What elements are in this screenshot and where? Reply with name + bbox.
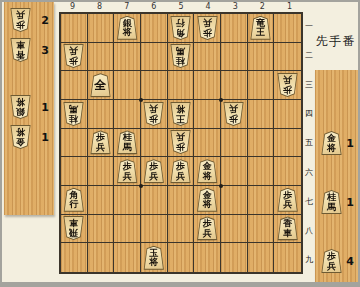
piece-face: 歩兵 — [118, 160, 137, 182]
file-label-3: 3 — [222, 2, 249, 11]
square-2-6[interactable] — [248, 157, 275, 186]
piece-face: 金将 — [198, 160, 217, 182]
square-9-2[interactable]: 歩兵 — [61, 43, 88, 72]
square-5-4[interactable]: 王将 — [168, 100, 195, 129]
sente-dragon-king[interactable]: 竜王 — [250, 16, 271, 40]
square-3-6[interactable] — [221, 157, 248, 186]
gote-pawn[interactable]: 歩兵 — [10, 8, 31, 32]
sente-gold-general[interactable]: 金将 — [197, 159, 218, 183]
square-2-3[interactable] — [248, 71, 275, 100]
sente-hand-knight[interactable]: 桂馬1 — [315, 187, 359, 217]
square-5-3[interactable] — [168, 71, 195, 100]
sente-pawn[interactable]: 歩兵 — [197, 216, 218, 240]
square-8-8[interactable] — [88, 215, 115, 244]
piece-face: 桂馬 — [64, 103, 83, 125]
square-6-4[interactable]: 歩兵 — [141, 100, 168, 129]
gote-pawn[interactable]: 歩兵 — [63, 44, 84, 68]
hand-count: 1 — [41, 131, 49, 144]
piece-face: 歩兵 — [144, 103, 163, 125]
sente-hand-gold-general[interactable]: 金将1 — [315, 128, 359, 158]
piece-face: 桂馬 — [171, 45, 190, 67]
sente-gold-general[interactable]: 金将 — [197, 188, 218, 212]
square-5-7[interactable] — [168, 186, 195, 215]
square-4-7[interactable]: 金将 — [194, 186, 221, 215]
piece-face: 桂馬 — [118, 131, 137, 153]
rank-labels: 一二三四五六七八九 — [303, 12, 315, 274]
piece-face: 歩兵 — [322, 250, 341, 272]
hand-count: 3 — [41, 44, 49, 57]
square-6-1[interactable] — [141, 14, 168, 43]
square-3-2[interactable] — [221, 43, 248, 72]
hand-count: 1 — [346, 196, 354, 209]
piece-face: 銀将 — [11, 96, 30, 118]
square-6-2[interactable] — [141, 43, 168, 72]
square-8-6[interactable] — [88, 157, 115, 186]
square-5-6[interactable]: 歩兵 — [168, 157, 195, 186]
square-7-1[interactable]: 銀将 — [114, 14, 141, 43]
square-4-6[interactable]: 金将 — [194, 157, 221, 186]
file-label-5: 5 — [167, 2, 194, 11]
hoshi-dot-2 — [219, 98, 223, 102]
square-5-2[interactable]: 桂馬 — [168, 43, 195, 72]
square-1-5[interactable] — [274, 129, 301, 158]
file-label-6: 6 — [140, 2, 167, 11]
gote-pawn[interactable]: 歩兵 — [143, 102, 164, 126]
file-label-7: 7 — [113, 2, 140, 11]
gote-king[interactable]: 王将 — [170, 102, 191, 126]
square-7-6[interactable]: 歩兵 — [114, 157, 141, 186]
file-label-1: 1 — [276, 2, 303, 11]
shogi-board: 銀将角行歩兵竜王歩兵桂馬全歩兵桂馬歩兵王将歩兵歩兵桂馬歩兵歩兵歩兵歩兵金将角行金… — [59, 12, 303, 274]
piece-face: 角行 — [64, 189, 83, 211]
square-9-1[interactable] — [61, 14, 88, 43]
sente-pawn[interactable]: 歩兵 — [277, 188, 298, 212]
gote-silver-general[interactable]: 銀将 — [10, 95, 31, 119]
rank-label-4: 四 — [303, 99, 315, 128]
sente-pawn[interactable]: 歩兵 — [321, 249, 342, 273]
square-2-2[interactable] — [248, 43, 275, 72]
sente-bishop[interactable]: 角行 — [63, 188, 84, 212]
square-8-4[interactable] — [88, 100, 115, 129]
square-2-1[interactable]: 竜王 — [248, 14, 275, 43]
sente-promoted-silver[interactable]: 全 — [90, 73, 111, 97]
gote-hand-lance[interactable]: 香車3 — [4, 35, 54, 65]
square-7-8[interactable] — [114, 215, 141, 244]
square-4-1[interactable]: 歩兵 — [194, 14, 221, 43]
square-1-3[interactable]: 歩兵 — [274, 71, 301, 100]
square-9-7[interactable]: 角行 — [61, 186, 88, 215]
file-labels: 987654321 — [59, 2, 303, 11]
sente-silver-general[interactable]: 銀将 — [117, 16, 138, 40]
square-1-8[interactable]: 香車 — [274, 215, 301, 244]
square-9-4[interactable]: 桂馬 — [61, 100, 88, 129]
piece-face: 歩兵 — [278, 74, 297, 96]
sente-lance[interactable]: 香車 — [277, 216, 298, 240]
gote-pawn[interactable]: 歩兵 — [197, 16, 218, 40]
piece-face: 歩兵 — [278, 189, 297, 211]
square-3-5[interactable] — [221, 129, 248, 158]
rank-label-5: 五 — [303, 128, 315, 157]
sente-king[interactable]: 玉将 — [143, 246, 164, 270]
gote-hand-gold-general[interactable]: 金将1 — [4, 122, 54, 152]
turn-indicator: 先手番 — [311, 33, 360, 50]
gote-gold-general[interactable]: 金将 — [10, 125, 31, 149]
hoshi-dot-3 — [139, 184, 143, 188]
square-5-8[interactable] — [168, 215, 195, 244]
square-9-3[interactable] — [61, 71, 88, 100]
piece-face: 銀将 — [118, 17, 137, 39]
piece-face: 王将 — [171, 103, 190, 125]
piece-face: 香車 — [11, 39, 30, 61]
square-3-4[interactable]: 歩兵 — [221, 100, 248, 129]
square-3-7[interactable] — [221, 186, 248, 215]
piece-face: 全 — [91, 74, 110, 96]
gote-knight[interactable]: 桂馬 — [170, 44, 191, 68]
piece-face: 金将 — [322, 132, 341, 154]
piece-face: 歩兵 — [171, 160, 190, 182]
square-7-9[interactable] — [114, 243, 141, 272]
gote-knight[interactable]: 桂馬 — [63, 102, 84, 126]
hand-count: 1 — [41, 101, 49, 114]
square-4-3[interactable] — [194, 71, 221, 100]
piece-face: 桂馬 — [322, 191, 341, 213]
square-5-9[interactable] — [168, 243, 195, 272]
square-7-3[interactable] — [114, 71, 141, 100]
square-8-2[interactable] — [88, 43, 115, 72]
gote-lance[interactable]: 香車 — [10, 38, 31, 62]
square-6-6[interactable]: 歩兵 — [141, 157, 168, 186]
gote-hand-silver-general[interactable]: 銀将1 — [4, 92, 54, 122]
square-1-6[interactable] — [274, 157, 301, 186]
square-3-9[interactable] — [221, 243, 248, 272]
square-4-4[interactable] — [194, 100, 221, 129]
file-label-8: 8 — [86, 2, 113, 11]
square-8-7[interactable] — [88, 186, 115, 215]
square-4-8[interactable]: 歩兵 — [194, 215, 221, 244]
square-2-8[interactable] — [248, 215, 275, 244]
square-3-1[interactable] — [221, 14, 248, 43]
square-6-3[interactable] — [141, 71, 168, 100]
square-8-3[interactable]: 全 — [88, 71, 115, 100]
square-2-4[interactable] — [248, 100, 275, 129]
hand-count: 4 — [346, 255, 354, 268]
square-9-6[interactable] — [61, 157, 88, 186]
square-1-7[interactable]: 歩兵 — [274, 186, 301, 215]
piece-face: 歩兵 — [144, 160, 163, 182]
square-2-9[interactable] — [248, 243, 275, 272]
gote-pawn[interactable]: 歩兵 — [223, 102, 244, 126]
sente-captured-tray: 金将1桂馬1歩兵4 — [315, 70, 359, 283]
hand-count: 2 — [41, 14, 49, 27]
hand-count: 1 — [346, 137, 354, 150]
gote-rook[interactable]: 飛車 — [63, 216, 84, 240]
rank-label-6: 六 — [303, 158, 315, 187]
square-4-5[interactable] — [194, 129, 221, 158]
gote-pawn[interactable]: 歩兵 — [170, 130, 191, 154]
piece-face: 歩兵 — [64, 45, 83, 67]
rank-label-3: 三 — [303, 70, 315, 99]
sente-hand-pawn[interactable]: 歩兵4 — [315, 246, 359, 276]
square-5-5[interactable]: 歩兵 — [168, 129, 195, 158]
piece-face: 玉将 — [144, 247, 163, 269]
gote-captured-tray: 歩兵2香車3銀将1金将1 — [4, 2, 54, 215]
square-6-9[interactable]: 玉将 — [141, 243, 168, 272]
sente-knight[interactable]: 桂馬 — [321, 190, 342, 214]
sente-pawn[interactable]: 歩兵 — [170, 159, 191, 183]
square-1-2[interactable] — [274, 43, 301, 72]
piece-face: 歩兵 — [224, 103, 243, 125]
sente-gold-general[interactable]: 金将 — [321, 131, 342, 155]
square-4-9[interactable] — [194, 243, 221, 272]
square-7-4[interactable] — [114, 100, 141, 129]
hoshi-dot-1 — [139, 98, 143, 102]
square-9-9[interactable] — [61, 243, 88, 272]
piece-face: 歩兵 — [11, 9, 30, 31]
square-6-7[interactable] — [141, 186, 168, 215]
gote-hand-pawn[interactable]: 歩兵2 — [4, 5, 54, 35]
square-9-8[interactable]: 飛車 — [61, 215, 88, 244]
rank-label-8: 八 — [303, 216, 315, 245]
square-6-8[interactable] — [141, 215, 168, 244]
piece-face: 角行 — [171, 17, 190, 39]
piece-face: 歩兵 — [198, 217, 217, 239]
piece-face: 歩兵 — [91, 131, 110, 153]
sente-knight[interactable]: 桂馬 — [117, 130, 138, 154]
square-6-5[interactable] — [141, 129, 168, 158]
square-3-8[interactable] — [221, 215, 248, 244]
gote-pawn[interactable]: 歩兵 — [277, 73, 298, 97]
shogi-app-window: 歩兵2香車3銀将1金将1 987654321 一二三四五六七八九 銀将角行歩兵竜… — [0, 0, 360, 287]
file-label-9: 9 — [59, 2, 86, 11]
square-8-9[interactable] — [88, 243, 115, 272]
piece-face: 金将 — [198, 189, 217, 211]
square-2-7[interactable] — [248, 186, 275, 215]
piece-face: 竜王 — [251, 17, 270, 39]
sente-pawn[interactable]: 歩兵 — [143, 159, 164, 183]
square-1-4[interactable] — [274, 100, 301, 129]
square-1-1[interactable] — [274, 14, 301, 43]
file-label-2: 2 — [249, 2, 276, 11]
square-8-1[interactable] — [88, 14, 115, 43]
rank-label-9: 九 — [303, 245, 315, 274]
square-7-7[interactable] — [114, 186, 141, 215]
sente-pawn[interactable]: 歩兵 — [90, 130, 111, 154]
square-5-1[interactable]: 角行 — [168, 14, 195, 43]
square-8-5[interactable]: 歩兵 — [88, 129, 115, 158]
hoshi-dot-4 — [219, 184, 223, 188]
sente-pawn[interactable]: 歩兵 — [117, 159, 138, 183]
square-2-5[interactable] — [248, 129, 275, 158]
gote-bishop[interactable]: 角行 — [170, 16, 191, 40]
square-7-2[interactable] — [114, 43, 141, 72]
square-9-5[interactable] — [61, 129, 88, 158]
square-7-5[interactable]: 桂馬 — [114, 129, 141, 158]
square-1-9[interactable] — [274, 243, 301, 272]
piece-face: 香車 — [278, 217, 297, 239]
piece-face: 歩兵 — [171, 131, 190, 153]
square-4-2[interactable] — [194, 43, 221, 72]
piece-face: 歩兵 — [198, 17, 217, 39]
piece-face: 金将 — [11, 126, 30, 148]
file-label-4: 4 — [195, 2, 222, 11]
square-3-3[interactable] — [221, 71, 248, 100]
rank-label-7: 七 — [303, 187, 315, 216]
piece-face: 飛車 — [64, 217, 83, 239]
